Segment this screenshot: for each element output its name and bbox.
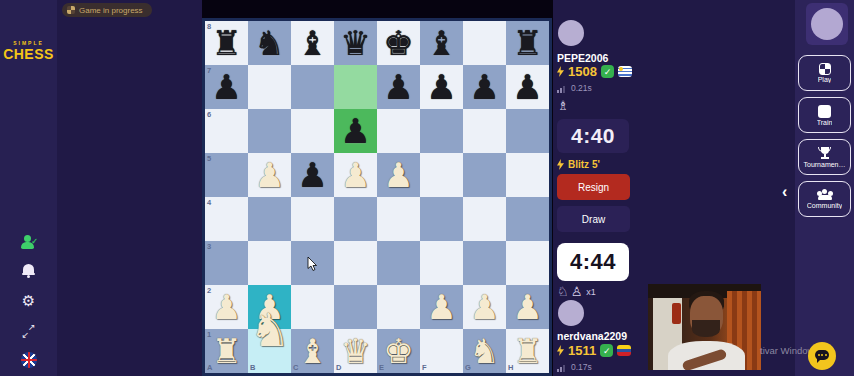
- piece-black-knight[interactable]: ♞: [248, 21, 291, 65]
- square-g7[interactable]: ♟: [463, 65, 506, 109]
- webcam-video[interactable]: [648, 284, 761, 370]
- square-d4[interactable]: [334, 197, 377, 241]
- square-f8[interactable]: ♝: [420, 21, 463, 65]
- tournament-label: Tournamen…: [803, 161, 845, 168]
- square-d5[interactable]: ♟: [334, 153, 377, 197]
- chess-board[interactable]: 8♜♞♝♛♚♝♜7♟♟♟♟♟6♟5♟♟♟♟432♟♟♟♟♟1A♜B♞C♝D♛E♚…: [202, 18, 552, 376]
- chat-button[interactable]: [808, 342, 836, 370]
- piece-black-king[interactable]: ♚: [377, 21, 420, 65]
- square-f1[interactable]: F: [420, 329, 463, 373]
- square-g4[interactable]: [463, 197, 506, 241]
- board-mini-icon: [67, 6, 75, 14]
- opponent-clock: 4:40: [557, 119, 629, 153]
- collapse-panel-chevron[interactable]: ‹: [782, 183, 787, 201]
- opponent-latency-row: 0.21s: [557, 83, 592, 93]
- time-control-row: Blitz 5': [557, 159, 600, 170]
- player-latency: 0.17s: [571, 362, 592, 372]
- piece-white-rook[interactable]: ♜: [205, 329, 248, 373]
- play-button[interactable]: Play: [798, 55, 851, 91]
- logo-chess-text: CHESS: [0, 46, 57, 62]
- signal-bars-icon: [557, 364, 567, 372]
- player-rating-row: 1511 ✓: [557, 343, 631, 358]
- square-e8[interactable]: ♚: [377, 21, 420, 65]
- square-c5[interactable]: ♟: [291, 153, 334, 197]
- square-d2[interactable]: [334, 285, 377, 329]
- square-h7[interactable]: ♟: [506, 65, 549, 109]
- square-c6[interactable]: [291, 109, 334, 153]
- online-status-icon[interactable]: ✓: [0, 231, 57, 253]
- piece-black-bishop[interactable]: ♝: [291, 21, 334, 65]
- bolt-icon: [557, 345, 564, 356]
- square-f5[interactable]: [420, 153, 463, 197]
- piece-white-pawn[interactable]: ♟: [248, 153, 291, 197]
- square-g2[interactable]: ♟: [463, 285, 506, 329]
- captured-pawn-icon: ♙: [571, 284, 583, 299]
- bolt-icon: [557, 159, 564, 170]
- activate-windows-watermark: tivar Window: [760, 345, 814, 356]
- square-b8[interactable]: ♞: [248, 21, 291, 65]
- square-f7[interactable]: ♟: [420, 65, 463, 109]
- square-h2[interactable]: ♟: [506, 285, 549, 329]
- captured-multiplier: x1: [586, 287, 596, 297]
- train-button[interactable]: ♞ Train: [798, 97, 851, 133]
- community-label: Community: [807, 202, 842, 209]
- fullscreen-button[interactable]: ↗↙: [0, 320, 57, 342]
- square-e7[interactable]: ♟: [377, 65, 420, 109]
- opponent-rating-row: 1508 ✓: [557, 64, 632, 79]
- square-h5[interactable]: [506, 153, 549, 197]
- piece-black-pawn[interactable]: ♟: [420, 65, 463, 109]
- square-c8[interactable]: ♝: [291, 21, 334, 65]
- tournament-button[interactable]: Tournamen…: [798, 139, 851, 175]
- play-label: Play: [818, 76, 832, 83]
- verified-badge-icon: ✓: [601, 65, 614, 78]
- right-sidebar: Play ♞ Train Tournamen… Community: [795, 0, 854, 376]
- piece-white-king[interactable]: ♚: [377, 329, 420, 373]
- square-g5[interactable]: [463, 153, 506, 197]
- app-window: SIMPLE CHESS ✓ ⚙ ↗↙ Game in progress: [0, 0, 854, 376]
- square-d8[interactable]: ♛: [334, 21, 377, 65]
- piece-white-pawn[interactable]: ♟: [334, 153, 377, 197]
- resign-button[interactable]: Resign: [557, 174, 630, 200]
- piece-black-rook[interactable]: ♜: [205, 21, 248, 65]
- square-c2[interactable]: [291, 285, 334, 329]
- square-c7[interactable]: [291, 65, 334, 109]
- square-b1[interactable]: B♞: [248, 329, 291, 373]
- piece-white-pawn[interactable]: ♟: [463, 285, 506, 329]
- player-rating: 1511: [568, 343, 596, 358]
- captured-knight-icon: ♘: [557, 284, 569, 299]
- venezuela-flag-icon: [617, 345, 631, 356]
- square-d6[interactable]: ♟: [334, 109, 377, 153]
- community-button[interactable]: Community: [798, 181, 851, 217]
- player-avatar[interactable]: [558, 300, 584, 326]
- square-h6[interactable]: [506, 109, 549, 153]
- rank-label-4: 4: [207, 198, 211, 207]
- people-icon: [817, 189, 833, 201]
- piece-white-pawn[interactable]: ♟: [377, 153, 420, 197]
- verified-badge-icon: ✓: [600, 344, 613, 357]
- square-a5[interactable]: 5: [205, 153, 248, 197]
- app-logo[interactable]: SIMPLE CHESS: [0, 40, 57, 62]
- rank-label-5: 5: [207, 154, 211, 163]
- player-clock: 4:44: [557, 243, 629, 281]
- knight-puzzle-icon: ♞: [818, 105, 831, 118]
- train-label: Train: [817, 119, 833, 126]
- gear-icon: ⚙: [22, 294, 35, 309]
- square-b6[interactable]: [248, 109, 291, 153]
- profile-avatar: [811, 8, 843, 40]
- square-e1[interactable]: E♚: [377, 329, 420, 373]
- settings-button[interactable]: ⚙: [0, 290, 57, 312]
- board-icon: [819, 63, 831, 75]
- piece-white-bishop[interactable]: ♝: [291, 329, 334, 373]
- uk-flag-icon: [21, 352, 37, 368]
- opponent-latency: 0.21s: [571, 83, 592, 93]
- uruguay-flag-icon: [618, 66, 632, 77]
- draw-button[interactable]: Draw: [557, 206, 630, 232]
- time-control-label: Blitz 5': [568, 159, 600, 170]
- square-h4[interactable]: [506, 197, 549, 241]
- piece-white-pawn[interactable]: ♟: [420, 285, 463, 329]
- piece-black-pawn[interactable]: ♟: [506, 65, 549, 109]
- mouse-cursor: [307, 257, 320, 272]
- opponent-captured-tray: ♗: [557, 98, 569, 113]
- square-h8[interactable]: ♜: [506, 21, 549, 65]
- left-sidebar: SIMPLE CHESS ✓ ⚙ ↗↙: [0, 0, 57, 376]
- square-a8[interactable]: 8♜: [205, 21, 248, 65]
- game-status-label: Game in progress: [79, 6, 143, 15]
- captured-bishop-icon: ♗: [557, 98, 569, 113]
- square-c1[interactable]: C♝: [291, 329, 334, 373]
- square-h1[interactable]: H♜: [506, 329, 549, 373]
- expand-arrows-icon: ↗↙: [22, 324, 36, 338]
- piece-black-pawn[interactable]: ♟: [377, 65, 420, 109]
- file-label-f: F: [422, 363, 427, 372]
- square-a1[interactable]: 1A♜: [205, 329, 248, 373]
- signal-bars-icon: [557, 85, 567, 93]
- square-e5[interactable]: ♟: [377, 153, 420, 197]
- square-e2[interactable]: [377, 285, 420, 329]
- square-b5[interactable]: ♟: [248, 153, 291, 197]
- square-g1[interactable]: G♞: [463, 329, 506, 373]
- opponent-avatar[interactable]: [558, 20, 584, 46]
- piece-white-knight[interactable]: ♞: [248, 308, 291, 352]
- square-e4[interactable]: [377, 197, 420, 241]
- square-e3[interactable]: [377, 241, 420, 285]
- square-b7[interactable]: [248, 65, 291, 109]
- bell-icon: [22, 264, 35, 278]
- piece-black-rook[interactable]: ♜: [506, 21, 549, 65]
- square-f6[interactable]: [420, 109, 463, 153]
- person-check-icon: ✓: [21, 235, 36, 250]
- piece-black-queen[interactable]: ♛: [334, 21, 377, 65]
- square-d1[interactable]: D♛: [334, 329, 377, 373]
- bolt-icon: [557, 66, 564, 77]
- player-name: nerdvana2209: [557, 330, 627, 342]
- square-a4[interactable]: 4: [205, 197, 248, 241]
- piece-black-pawn[interactable]: ♟: [291, 153, 334, 197]
- opponent-rating: 1508: [568, 64, 597, 79]
- square-e6[interactable]: [377, 109, 420, 153]
- profile-tile[interactable]: [806, 3, 848, 45]
- square-f2[interactable]: ♟: [420, 285, 463, 329]
- square-d7[interactable]: [334, 65, 377, 109]
- rank-label-3: 3: [207, 242, 211, 251]
- trophy-icon: [818, 147, 832, 160]
- game-status-badge: Game in progress: [62, 3, 152, 17]
- piece-black-pawn[interactable]: ♟: [205, 65, 248, 109]
- rank-label-6: 6: [207, 110, 211, 119]
- square-a2[interactable]: 2♟: [205, 285, 248, 329]
- notifications-button[interactable]: [0, 260, 57, 282]
- board-zone: 8♜♞♝♛♚♝♜7♟♟♟♟♟6♟5♟♟♟♟432♟♟♟♟♟1A♜B♞C♝D♛E♚…: [202, 0, 553, 376]
- square-c4[interactable]: [291, 197, 334, 241]
- piece-white-knight[interactable]: ♞: [463, 329, 506, 373]
- square-g3[interactable]: [463, 241, 506, 285]
- language-button[interactable]: [0, 349, 57, 371]
- square-b3[interactable]: [248, 241, 291, 285]
- player-latency-row: 0.17s: [557, 362, 592, 372]
- square-b4[interactable]: [248, 197, 291, 241]
- piece-black-pawn[interactable]: ♟: [334, 109, 377, 153]
- piece-white-rook[interactable]: ♜: [506, 329, 549, 373]
- player-captured-tray: ♘ ♙ x1: [557, 284, 596, 299]
- square-a6[interactable]: 6: [205, 109, 248, 153]
- file-label-b: B: [250, 363, 255, 372]
- piece-black-bishop[interactable]: ♝: [420, 21, 463, 65]
- square-d3[interactable]: [334, 241, 377, 285]
- opponent-name: PEPE2006: [557, 52, 608, 64]
- piece-white-pawn[interactable]: ♟: [506, 285, 549, 329]
- square-f3[interactable]: [420, 241, 463, 285]
- square-a7[interactable]: 7♟: [205, 65, 248, 109]
- square-g6[interactable]: [463, 109, 506, 153]
- square-h3[interactable]: [506, 241, 549, 285]
- piece-white-queen[interactable]: ♛: [334, 329, 377, 373]
- piece-black-pawn[interactable]: ♟: [463, 65, 506, 109]
- piece-white-pawn[interactable]: ♟: [205, 285, 248, 329]
- square-f4[interactable]: [420, 197, 463, 241]
- square-g8[interactable]: [463, 21, 506, 65]
- square-a3[interactable]: 3: [205, 241, 248, 285]
